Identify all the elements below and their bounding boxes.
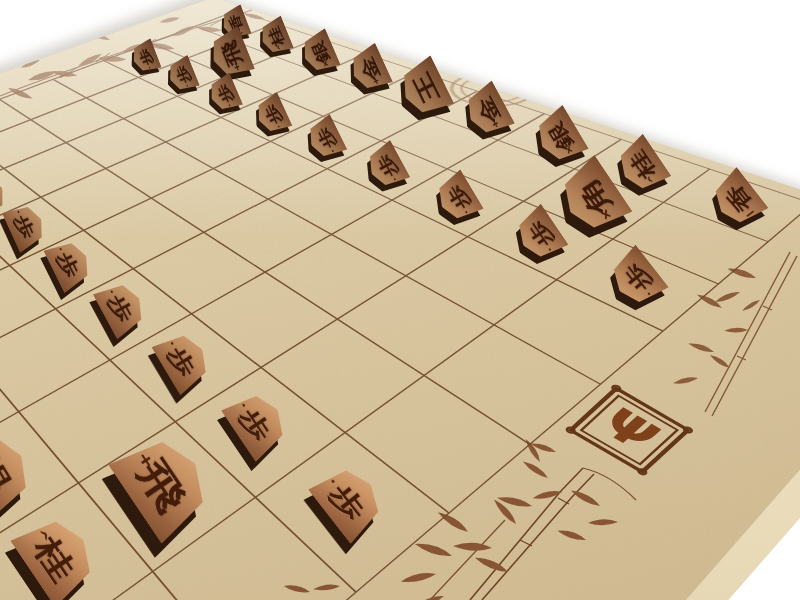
piece-top-face: 歩· [151, 325, 217, 395]
piece-kanji: 歩 [105, 292, 136, 326]
piece-top-face: 歩· [44, 235, 97, 293]
piece-movement-mark: · [185, 83, 191, 88]
piece-movement-mark: + [371, 76, 381, 86]
piece-kanji: 銀 [0, 447, 17, 499]
piece-gote-pawn-93[interactable]: 歩· [129, 41, 160, 74]
piece-top-face: 飛+ [108, 424, 222, 544]
piece-kanji: 歩 [236, 404, 275, 446]
piece-gote-lance-11[interactable]: 香| [711, 172, 763, 227]
piece-gote-rook-82[interactable]: 飛+ [207, 30, 253, 79]
piece-gote-pawn-53[interactable]: 歩· [305, 118, 345, 160]
piece-gote-pawn-33[interactable]: 歩· [434, 174, 480, 223]
piece-gote-pawn-63[interactable]: 歩· [253, 95, 290, 134]
piece-gote-silver-31[interactable]: 銀× [533, 109, 584, 163]
piece-sente-pawn-47[interactable]: 歩· [97, 281, 148, 335]
piece-kanji: 歩 [315, 125, 339, 151]
piece-movement-mark: ^ [646, 172, 658, 184]
piece-kanji: 歩 [216, 81, 236, 104]
piece-kanji: 歩 [164, 342, 199, 380]
piece-top-face: 歩· [93, 276, 152, 340]
piece-kanji: 歩 [137, 47, 155, 67]
piece-movement-mark: × [598, 206, 614, 222]
piece-top-face: 桂^ [11, 506, 107, 600]
piece-gote-pawn-13[interactable]: 歩· [609, 250, 663, 307]
piece-sente-pawn-57[interactable]: 歩· [47, 239, 94, 289]
piece-kanji: 歩 [54, 249, 82, 281]
piece-movement-mark: · [275, 124, 282, 129]
piece-gote-gold-41[interactable]: 金+ [463, 85, 512, 137]
piece-movement-mark: ^ [276, 43, 284, 51]
piece-sente-silver-39[interactable]: 銀× [0, 430, 34, 512]
piece-gote-king-51[interactable]: 王 [397, 60, 451, 117]
piece-gote-pawn-83[interactable]: 歩· [166, 57, 199, 92]
piece-gote-bishop-22[interactable]: 角× [558, 161, 626, 233]
piece-movement-mark: · [227, 102, 233, 107]
piece-sente-pawn-37[interactable]: 歩· [156, 330, 212, 389]
piece-gote-gold-61[interactable]: 金+ [347, 47, 390, 93]
piece-top-face: 歩· [2, 200, 51, 254]
piece-gote-pawn-43[interactable]: 歩· [365, 144, 408, 189]
piece-gote-pawn-73[interactable]: 歩· [207, 75, 242, 112]
piece-sente-rook-28[interactable]: 飛+ [117, 433, 212, 534]
piece-top-face: 歩· [222, 384, 296, 462]
piece-kanji: 歩 [174, 63, 193, 85]
piece-gote-silver-71[interactable]: 銀× [299, 31, 339, 73]
piece-top-face: 歩· [308, 457, 392, 544]
piece-sente-pawn-27[interactable]: 歩· [227, 390, 289, 456]
piece-kanji: 歩 [11, 213, 37, 242]
piece-kanji: 歩 [262, 101, 284, 126]
piece-kanji: 王 [410, 70, 442, 106]
piece-gote-knight-81[interactable]: 桂^ [257, 18, 292, 55]
piece-gote-pawn-23[interactable]: 歩· [514, 208, 564, 261]
piece-sente-knight-29[interactable]: 桂^ [18, 514, 98, 599]
shogi-photo-scene: Ψ [0, 0, 800, 600]
piece-sente-pawn-17[interactable]: 歩· [315, 464, 384, 537]
piece-sente-pawn-67[interactable]: 歩· [4, 203, 48, 249]
